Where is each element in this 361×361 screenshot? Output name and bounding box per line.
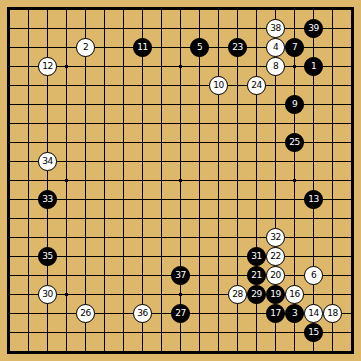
move-number: 23 <box>232 43 242 52</box>
move-number: 33 <box>42 195 52 204</box>
stone-8-white[interactable]: 8 <box>266 57 285 76</box>
move-number: 16 <box>289 290 299 299</box>
move-number: 25 <box>289 138 299 147</box>
move-number: 11 <box>137 43 147 52</box>
move-number: 5 <box>197 43 202 52</box>
stone-22-white[interactable]: 22 <box>266 247 285 266</box>
stone-17-black[interactable]: 17 <box>266 304 285 323</box>
stone-26-white[interactable]: 26 <box>76 304 95 323</box>
stone-10-white[interactable]: 10 <box>209 76 228 95</box>
stone-14-white[interactable]: 14 <box>304 304 323 323</box>
move-number: 13 <box>308 195 318 204</box>
stone-23-black[interactable]: 23 <box>228 38 247 57</box>
move-number: 29 <box>251 290 261 299</box>
move-number: 38 <box>270 24 280 33</box>
stone-36-white[interactable]: 36 <box>133 304 152 323</box>
move-number: 8 <box>273 62 278 71</box>
stone-28-white[interactable]: 28 <box>228 285 247 304</box>
move-number: 19 <box>270 290 280 299</box>
stone-6-white[interactable]: 6 <box>304 266 323 285</box>
move-number: 32 <box>270 233 280 242</box>
move-number: 1 <box>311 62 316 71</box>
move-number: 28 <box>232 290 242 299</box>
stone-27-black[interactable]: 27 <box>171 304 190 323</box>
move-number: 24 <box>251 81 261 90</box>
stone-31-black[interactable]: 31 <box>247 247 266 266</box>
stones-layer: 1234567891011121314151617181920212223242… <box>0 0 361 361</box>
stone-2-white[interactable]: 2 <box>76 38 95 57</box>
move-number: 39 <box>308 24 318 33</box>
move-number: 6 <box>311 271 316 280</box>
stone-1-black[interactable]: 1 <box>304 57 323 76</box>
stone-25-black[interactable]: 25 <box>285 133 304 152</box>
move-number: 17 <box>270 309 280 318</box>
stone-34-white[interactable]: 34 <box>38 152 57 171</box>
move-number: 9 <box>292 100 297 109</box>
stone-21-black[interactable]: 21 <box>247 266 266 285</box>
stone-24-white[interactable]: 24 <box>247 76 266 95</box>
stone-4-white[interactable]: 4 <box>266 38 285 57</box>
move-number: 12 <box>42 62 52 71</box>
move-number: 37 <box>175 271 185 280</box>
stone-39-black[interactable]: 39 <box>304 19 323 38</box>
stone-29-black[interactable]: 29 <box>247 285 266 304</box>
stone-33-black[interactable]: 33 <box>38 190 57 209</box>
move-number: 22 <box>270 252 280 261</box>
move-number: 20 <box>270 271 280 280</box>
move-number: 31 <box>251 252 261 261</box>
move-number: 14 <box>308 309 318 318</box>
move-number: 26 <box>80 309 90 318</box>
stone-15-black[interactable]: 15 <box>304 323 323 342</box>
stone-30-white[interactable]: 30 <box>38 285 57 304</box>
move-number: 21 <box>251 271 261 280</box>
move-number: 10 <box>213 81 223 90</box>
stone-37-black[interactable]: 37 <box>171 266 190 285</box>
move-number: 36 <box>137 309 147 318</box>
stone-7-black[interactable]: 7 <box>285 38 304 57</box>
move-number: 30 <box>42 290 52 299</box>
move-number: 4 <box>273 43 278 52</box>
stone-9-black[interactable]: 9 <box>285 95 304 114</box>
go-board[interactable]: 1234567891011121314151617181920212223242… <box>0 0 361 361</box>
stone-18-white[interactable]: 18 <box>323 304 342 323</box>
move-number: 3 <box>292 309 297 318</box>
stone-32-white[interactable]: 32 <box>266 228 285 247</box>
stone-11-black[interactable]: 11 <box>133 38 152 57</box>
stone-19-black[interactable]: 19 <box>266 285 285 304</box>
stone-38-white[interactable]: 38 <box>266 19 285 38</box>
stone-12-white[interactable]: 12 <box>38 57 57 76</box>
move-number: 34 <box>42 157 52 166</box>
stone-35-black[interactable]: 35 <box>38 247 57 266</box>
move-number: 2 <box>83 43 88 52</box>
stone-3-black[interactable]: 3 <box>285 304 304 323</box>
move-number: 35 <box>42 252 52 261</box>
stone-5-black[interactable]: 5 <box>190 38 209 57</box>
move-number: 27 <box>175 309 185 318</box>
move-number: 18 <box>327 309 337 318</box>
stone-13-black[interactable]: 13 <box>304 190 323 209</box>
stone-16-white[interactable]: 16 <box>285 285 304 304</box>
move-number: 7 <box>292 43 297 52</box>
stone-20-white[interactable]: 20 <box>266 266 285 285</box>
move-number: 15 <box>308 328 318 337</box>
